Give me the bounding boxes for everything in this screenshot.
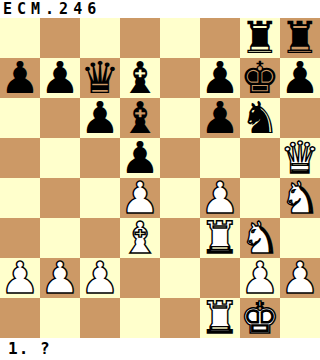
square-c2[interactable]: ♟ — [80, 258, 120, 298]
piece-black-pawn: ♟ — [40, 58, 79, 98]
square-e2[interactable] — [160, 258, 200, 298]
square-b1[interactable] — [40, 298, 80, 338]
square-e4[interactable] — [160, 178, 200, 218]
piece-white-knight: ♞ — [280, 178, 319, 218]
piece-white-pawn: ♟ — [280, 258, 319, 298]
square-e7[interactable] — [160, 58, 200, 98]
square-g1[interactable]: ♚ — [240, 298, 280, 338]
square-a5[interactable] — [0, 138, 40, 178]
piece-black-pawn: ♟ — [200, 98, 239, 138]
square-f3[interactable]: ♜ — [200, 218, 240, 258]
square-d1[interactable] — [120, 298, 160, 338]
piece-white-bishop: ♝ — [120, 218, 159, 258]
square-g5[interactable] — [240, 138, 280, 178]
square-g6[interactable]: ♞ — [240, 98, 280, 138]
move-prompt: 1. ? — [8, 341, 51, 357]
square-b6[interactable] — [40, 98, 80, 138]
square-a7[interactable]: ♟ — [0, 58, 40, 98]
square-b4[interactable] — [40, 178, 80, 218]
piece-white-rook: ♜ — [200, 298, 239, 338]
piece-black-pawn: ♟ — [80, 98, 119, 138]
square-a6[interactable] — [0, 98, 40, 138]
square-b5[interactable] — [40, 138, 80, 178]
square-f6[interactable]: ♟ — [200, 98, 240, 138]
position-title: ECM.246 — [3, 2, 101, 17]
square-a4[interactable] — [0, 178, 40, 218]
square-c5[interactable] — [80, 138, 120, 178]
square-h2[interactable]: ♟ — [280, 258, 320, 298]
piece-white-rook: ♜ — [200, 218, 239, 258]
square-c1[interactable] — [80, 298, 120, 338]
square-c6[interactable]: ♟ — [80, 98, 120, 138]
square-c4[interactable] — [80, 178, 120, 218]
chess-board: ♜♜♟♟♛♝♟♚♟♟♝♟♞♟♛♟♟♞♝♜♞♟♟♟♟♟♜♚ — [0, 18, 320, 338]
square-e3[interactable] — [160, 218, 200, 258]
move-prompt-bar: 1. ? — [0, 338, 320, 360]
square-h1[interactable] — [280, 298, 320, 338]
piece-white-pawn: ♟ — [40, 258, 79, 298]
square-h4[interactable]: ♞ — [280, 178, 320, 218]
piece-white-king: ♚ — [240, 298, 279, 338]
square-e1[interactable] — [160, 298, 200, 338]
piece-black-pawn: ♟ — [280, 58, 319, 98]
square-e8[interactable] — [160, 18, 200, 58]
square-d2[interactable] — [120, 258, 160, 298]
square-b2[interactable]: ♟ — [40, 258, 80, 298]
square-a2[interactable]: ♟ — [0, 258, 40, 298]
square-e6[interactable] — [160, 98, 200, 138]
square-b7[interactable]: ♟ — [40, 58, 80, 98]
piece-white-pawn: ♟ — [0, 258, 39, 298]
chess-app: ECM.246 ♜♜♟♟♛♝♟♚♟♟♝♟♞♟♛♟♟♞♝♜♞♟♟♟♟♟♜♚ 1. … — [0, 0, 320, 360]
piece-white-pawn: ♟ — [80, 258, 119, 298]
piece-black-pawn: ♟ — [0, 58, 39, 98]
piece-black-knight: ♞ — [240, 98, 279, 138]
square-h7[interactable]: ♟ — [280, 58, 320, 98]
square-a1[interactable] — [0, 298, 40, 338]
square-d3[interactable]: ♝ — [120, 218, 160, 258]
square-f1[interactable]: ♜ — [200, 298, 240, 338]
screen: { "game": "chess", "title": "ECM.246", "… — [0, 0, 320, 360]
square-e5[interactable] — [160, 138, 200, 178]
